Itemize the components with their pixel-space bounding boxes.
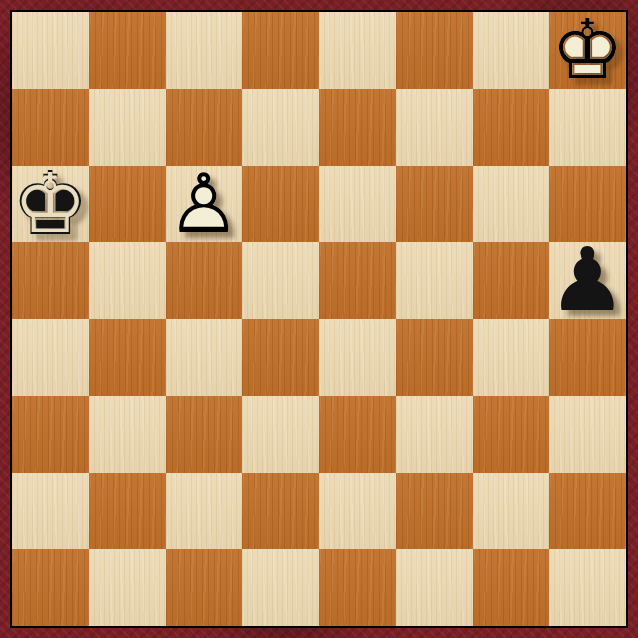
square-b3[interactable] (89, 396, 166, 473)
square-f8[interactable] (396, 12, 473, 89)
square-h4[interactable] (549, 319, 626, 396)
square-g6[interactable] (473, 166, 550, 243)
black-king-outline: ♔ (12, 166, 89, 243)
square-c4[interactable] (166, 319, 243, 396)
square-e6[interactable] (319, 166, 396, 243)
square-c3[interactable] (166, 396, 243, 473)
square-a6[interactable]: ♚♔ (12, 166, 89, 243)
square-h8[interactable]: ♚♔ (549, 12, 626, 89)
white-pawn[interactable]: ♟♙ (166, 166, 243, 243)
square-c7[interactable] (166, 89, 243, 166)
square-g2[interactable] (473, 473, 550, 550)
square-d6[interactable] (242, 166, 319, 243)
square-b2[interactable] (89, 473, 166, 550)
square-h7[interactable] (549, 89, 626, 166)
square-f6[interactable] (396, 166, 473, 243)
white-pawn-outline: ♙ (166, 166, 243, 243)
square-a5[interactable] (12, 242, 89, 319)
square-d5[interactable] (242, 242, 319, 319)
square-f1[interactable] (396, 549, 473, 626)
square-b7[interactable] (89, 89, 166, 166)
square-g5[interactable] (473, 242, 550, 319)
black-pawn[interactable]: ♟♙ (549, 242, 626, 319)
square-b6[interactable] (89, 166, 166, 243)
square-c6[interactable]: ♟♙ (166, 166, 243, 243)
square-a4[interactable] (12, 319, 89, 396)
black-king[interactable]: ♚♔ (12, 166, 89, 243)
square-f7[interactable] (396, 89, 473, 166)
square-g4[interactable] (473, 319, 550, 396)
square-e7[interactable] (319, 89, 396, 166)
square-e5[interactable] (319, 242, 396, 319)
square-a1[interactable] (12, 549, 89, 626)
square-g8[interactable] (473, 12, 550, 89)
white-king[interactable]: ♚♔ (549, 12, 626, 89)
square-b1[interactable] (89, 549, 166, 626)
square-g7[interactable] (473, 89, 550, 166)
board-frame: ♚♔♚♔♟♙♟♙ (0, 0, 638, 638)
white-king-outline: ♔ (549, 12, 626, 89)
square-d7[interactable] (242, 89, 319, 166)
square-c5[interactable] (166, 242, 243, 319)
square-e2[interactable] (319, 473, 396, 550)
square-h1[interactable] (549, 549, 626, 626)
square-f3[interactable] (396, 396, 473, 473)
square-h3[interactable] (549, 396, 626, 473)
square-c1[interactable] (166, 549, 243, 626)
square-g3[interactable] (473, 396, 550, 473)
square-f5[interactable] (396, 242, 473, 319)
square-b4[interactable] (89, 319, 166, 396)
square-d3[interactable] (242, 396, 319, 473)
square-d1[interactable] (242, 549, 319, 626)
square-d2[interactable] (242, 473, 319, 550)
square-a2[interactable] (12, 473, 89, 550)
square-c2[interactable] (166, 473, 243, 550)
square-h2[interactable] (549, 473, 626, 550)
square-e3[interactable] (319, 396, 396, 473)
square-b8[interactable] (89, 12, 166, 89)
square-c8[interactable] (166, 12, 243, 89)
square-h5[interactable]: ♟♙ (549, 242, 626, 319)
square-d4[interactable] (242, 319, 319, 396)
chess-board: ♚♔♚♔♟♙♟♙ (10, 10, 628, 628)
square-f4[interactable] (396, 319, 473, 396)
square-d8[interactable] (242, 12, 319, 89)
square-b5[interactable] (89, 242, 166, 319)
square-e4[interactable] (319, 319, 396, 396)
square-g1[interactable] (473, 549, 550, 626)
square-e1[interactable] (319, 549, 396, 626)
square-e8[interactable] (319, 12, 396, 89)
square-a8[interactable] (12, 12, 89, 89)
black-pawn-outline: ♙ (549, 242, 626, 319)
square-a3[interactable] (12, 396, 89, 473)
square-f2[interactable] (396, 473, 473, 550)
